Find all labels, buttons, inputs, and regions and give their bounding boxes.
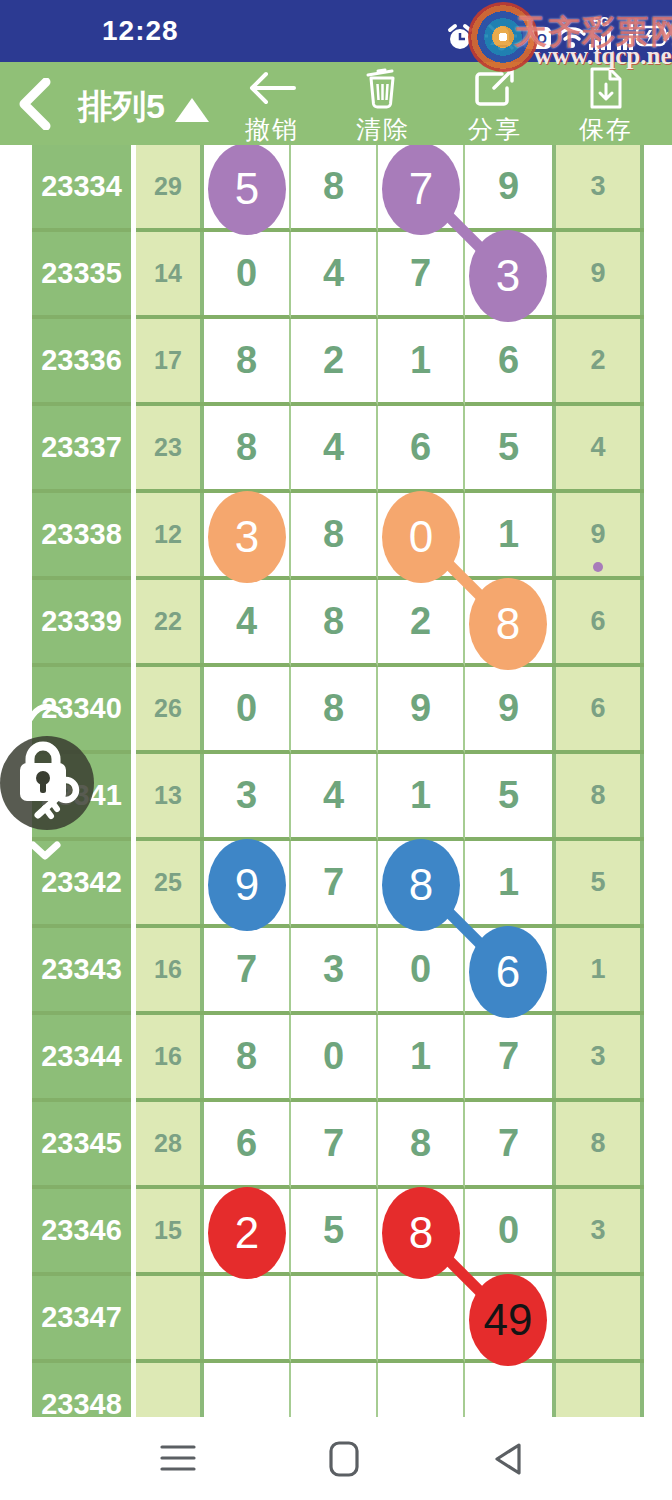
digit-cell[interactable]: 9 <box>465 145 552 232</box>
digit-cell[interactable] <box>378 1363 465 1417</box>
tail-digit-cell[interactable]: 3 <box>556 1189 640 1276</box>
dropdown-triangle-icon[interactable] <box>175 98 209 122</box>
column-divider <box>640 319 644 406</box>
digit-cell[interactable]: 4 <box>291 754 378 841</box>
sum-cell: 13 <box>136 754 200 841</box>
table-row: 233441680173 <box>0 1015 672 1102</box>
tail-digit-cell[interactable]: 5 <box>556 841 640 928</box>
digit-cell[interactable]: 4 <box>291 232 378 319</box>
sum-cell: 16 <box>136 1015 200 1102</box>
table-row: 233422597815 <box>0 841 672 928</box>
digit-cell[interactable]: 7 <box>291 1102 378 1189</box>
digit-cell[interactable] <box>204 1363 291 1417</box>
digit-cell[interactable]: 7 <box>378 232 465 319</box>
digit-cell[interactable]: 1 <box>465 841 552 928</box>
sum-cell: 23 <box>136 406 200 493</box>
clear-button[interactable]: 清除 <box>338 66 428 142</box>
digit-cell[interactable] <box>291 1363 378 1417</box>
digit-cell[interactable]: 0 <box>291 1015 378 1102</box>
column-divider <box>640 928 644 1015</box>
column-divider <box>640 667 644 754</box>
digit-cell[interactable]: 0 <box>378 928 465 1015</box>
period-cell: 23348 <box>32 1363 131 1417</box>
period-cell: 23337 <box>32 406 131 493</box>
period-cell: 23347 <box>32 1276 131 1363</box>
tail-digit-cell[interactable]: 2 <box>556 319 640 406</box>
table-row: 233372384654 <box>0 406 672 493</box>
digit-cell[interactable]: 6 <box>378 406 465 493</box>
digit-cell[interactable]: 4 <box>291 406 378 493</box>
sum-cell: 17 <box>136 319 200 406</box>
share-button[interactable]: 分享 <box>450 66 540 142</box>
digit-cell[interactable]: 7 <box>291 841 378 928</box>
back-button[interactable] <box>14 78 58 130</box>
page-title[interactable]: 排列5 <box>78 84 165 130</box>
sum-cell: 14 <box>136 232 200 319</box>
digit-cell[interactable]: 5 <box>465 406 552 493</box>
table-row: 233461525803 <box>0 1189 672 1276</box>
digit-cell[interactable]: 3 <box>291 928 378 1015</box>
digit-cell[interactable]: 9 <box>378 667 465 754</box>
sum-cell <box>136 1363 200 1417</box>
mark-circle-red[interactable]: 8 <box>382 1187 460 1279</box>
column-divider <box>640 1363 644 1417</box>
clear-label: 清除 <box>356 116 410 142</box>
sum-cell: 29 <box>136 145 200 232</box>
period-cell: 23335 <box>32 232 131 319</box>
menu-icon <box>162 1447 194 1469</box>
digit-cell[interactable]: 5 <box>291 1189 378 1276</box>
column-divider <box>640 1015 644 1102</box>
period-cell: 23343 <box>32 928 131 1015</box>
mark-circle-red[interactable]: 49 <box>469 1274 547 1366</box>
digit-cell[interactable]: 6 <box>465 319 552 406</box>
nav-back-button[interactable] <box>488 1441 528 1477</box>
share-icon <box>472 66 518 110</box>
digit-cell[interactable]: 1 <box>378 1015 465 1102</box>
digit-cell[interactable]: 8 <box>378 1102 465 1189</box>
table-row: 233381238019 <box>0 493 672 580</box>
mark-circle-orange[interactable]: 8 <box>469 578 547 670</box>
app-screen: 12:28 NO 5G <box>0 0 672 1500</box>
tail-digit-cell[interactable]: 6 <box>556 580 640 667</box>
mark-circle-purple[interactable]: 7 <box>382 143 460 235</box>
back-triangle-icon <box>497 1445 519 1473</box>
period-cell: 23338 <box>32 493 131 580</box>
table-row: 233452867878 <box>0 1102 672 1189</box>
digit-cell[interactable]: 4 <box>204 580 291 667</box>
digit-cell[interactable]: 5 <box>465 754 552 841</box>
digit-cell[interactable]: 2 <box>291 319 378 406</box>
tail-digit-cell[interactable]: 8 <box>556 754 640 841</box>
trash-icon <box>361 66 405 110</box>
table-row: 23348 <box>0 1363 672 1417</box>
nav-menu-button[interactable] <box>158 1441 198 1477</box>
digit-cell[interactable] <box>204 1276 291 1363</box>
sum-cell: 25 <box>136 841 200 928</box>
undo-arrow-icon <box>242 66 302 106</box>
digit-cell[interactable]: 1 <box>465 493 552 580</box>
table-row: 233431673061 <box>0 928 672 1015</box>
digit-cell[interactable]: 0 <box>465 1189 552 1276</box>
column-divider <box>640 754 644 841</box>
column-divider <box>640 493 644 580</box>
lock-overlay-button[interactable] <box>0 736 96 832</box>
sum-cell: 16 <box>136 928 200 1015</box>
tail-digit-cell[interactable] <box>556 1363 640 1417</box>
digit-cell[interactable]: 8 <box>204 319 291 406</box>
sum-cell: 12 <box>136 493 200 580</box>
android-navbar <box>0 1417 672 1500</box>
column-divider <box>640 580 644 667</box>
digit-cell[interactable]: 3 <box>204 754 291 841</box>
column-divider <box>640 1189 644 1276</box>
column-divider <box>640 1102 644 1189</box>
digit-cell[interactable] <box>465 1363 552 1417</box>
mark-circle-orange[interactable]: 0 <box>382 491 460 583</box>
mark-circle-purple[interactable]: 5 <box>208 143 286 235</box>
tail-digit-cell[interactable]: 9 <box>556 493 640 580</box>
table-row: 233342958793 <box>0 145 672 232</box>
period-cell: 23345 <box>32 1102 131 1189</box>
mark-circle-orange[interactable]: 3 <box>208 491 286 583</box>
digit-cell[interactable]: 6 <box>204 1102 291 1189</box>
tail-digit-cell[interactable]: 1 <box>556 928 640 1015</box>
period-cell: 23346 <box>32 1189 131 1276</box>
undo-label: 撤销 <box>245 116 299 142</box>
period-cell: 23342 <box>32 841 131 928</box>
digit-cell[interactable]: 8 <box>291 145 378 232</box>
sum-cell: 28 <box>136 1102 200 1189</box>
digit-cell[interactable]: 8 <box>204 1015 291 1102</box>
digit-cell[interactable]: 8 <box>291 493 378 580</box>
sum-cell: 26 <box>136 667 200 754</box>
table-row: 233402608996 <box>0 667 672 754</box>
tail-digit-cell[interactable]: 6 <box>556 667 640 754</box>
home-icon <box>331 1443 357 1475</box>
digit-cell[interactable]: 8 <box>204 406 291 493</box>
column-divider <box>640 232 644 319</box>
tail-digit-cell[interactable] <box>556 1276 640 1363</box>
nav-home-button[interactable] <box>324 1441 364 1477</box>
mark-circle-purple[interactable]: 3 <box>469 230 547 322</box>
sum-cell: 15 <box>136 1189 200 1276</box>
period-cell: 23336 <box>32 319 131 406</box>
period-cell: 23334 <box>32 145 131 232</box>
table-row: 233361782162 <box>0 319 672 406</box>
period-cell: 23339 <box>32 580 131 667</box>
digit-cell[interactable]: 8 <box>291 667 378 754</box>
digit-cell[interactable]: 1 <box>378 319 465 406</box>
tail-digit-cell[interactable]: 8 <box>556 1102 640 1189</box>
column-divider <box>640 1276 644 1363</box>
digit-cell[interactable]: 9 <box>465 667 552 754</box>
tail-digit-cell[interactable]: 4 <box>556 406 640 493</box>
mark-circle-blue[interactable]: 8 <box>382 839 460 931</box>
tail-digit-cell[interactable]: 9 <box>556 232 640 319</box>
digit-cell[interactable]: 1 <box>378 754 465 841</box>
sum-cell <box>136 1276 200 1363</box>
app-header: 排列5 撤销 清除 分享 <box>0 62 672 145</box>
chevron-left-icon <box>24 82 46 126</box>
tail-digit-cell[interactable]: 3 <box>556 145 640 232</box>
digit-cell[interactable] <box>291 1276 378 1363</box>
sum-cell: 22 <box>136 580 200 667</box>
digit-cell[interactable]: 0 <box>204 667 291 754</box>
watermark-url: www.tqcp.net <box>534 42 672 70</box>
column-divider <box>640 841 644 928</box>
digit-cell[interactable]: 7 <box>465 1015 552 1102</box>
column-divider <box>640 145 644 232</box>
digit-cell[interactable]: 8 <box>291 580 378 667</box>
table-row: 233411334158 <box>0 754 672 841</box>
digit-cell[interactable] <box>378 1276 465 1363</box>
digit-cell[interactable]: 7 <box>465 1102 552 1189</box>
period-cell: 23344 <box>32 1015 131 1102</box>
digit-cell[interactable]: 0 <box>204 232 291 319</box>
table-row: 233351404739 <box>0 232 672 319</box>
column-divider <box>640 406 644 493</box>
table-row: 23347 <box>0 1276 672 1363</box>
table-row: 233392248286 <box>0 580 672 667</box>
save-label: 保存 <box>579 116 633 142</box>
clock-time: 12:28 <box>102 15 179 47</box>
save-icon <box>586 66 626 110</box>
mark-circle-blue[interactable]: 9 <box>208 839 286 931</box>
trend-table: 2333429587932333514047392333617821622333… <box>0 145 672 1417</box>
digit-cell[interactable]: 2 <box>378 580 465 667</box>
share-label: 分享 <box>468 116 522 142</box>
undo-button[interactable]: 撤销 <box>227 66 317 142</box>
mark-circle-red[interactable]: 2 <box>208 1187 286 1279</box>
tail-digit-cell[interactable]: 3 <box>556 1015 640 1102</box>
save-button[interactable]: 保存 <box>561 66 651 142</box>
digit-cell[interactable]: 7 <box>204 928 291 1015</box>
mark-circle-blue[interactable]: 6 <box>469 926 547 1018</box>
